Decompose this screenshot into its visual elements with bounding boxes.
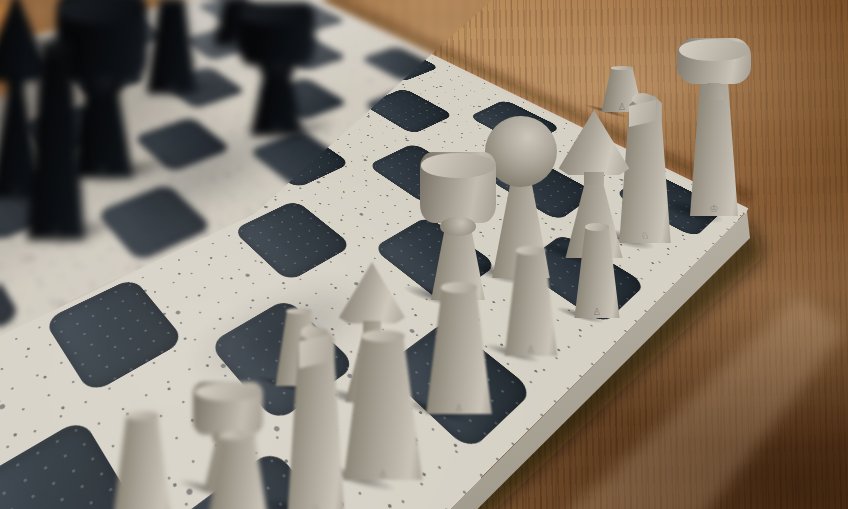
piece-cap bbox=[585, 223, 610, 231]
piece-white-pawn: ♙ bbox=[573, 223, 621, 318]
piece-white-rook: ♖ bbox=[426, 152, 490, 300]
piece-body bbox=[573, 223, 621, 318]
piece-ball bbox=[81, 74, 124, 98]
piece-white-king: ♔ bbox=[684, 38, 744, 216]
piece-neck bbox=[584, 172, 604, 185]
piece-head bbox=[239, 2, 316, 66]
piece-body bbox=[503, 246, 559, 356]
piece-body bbox=[245, 69, 309, 136]
piece-cap bbox=[441, 282, 477, 293]
piece-body bbox=[25, 40, 87, 240]
piece-white-pawn: ♙ bbox=[424, 282, 494, 414]
piece-neck bbox=[7, 77, 26, 96]
photo-scene: ♔♘♙♗♕♖♙♙♙♙♗♙♘♖♙♙♝♜♟♜♟♟ bbox=[0, 0, 848, 509]
piece-black-pawn: ♟ bbox=[25, 40, 87, 240]
piece-white-pawn: ♙ bbox=[503, 246, 559, 356]
piece-body bbox=[424, 282, 494, 414]
pieces-layer: ♔♘♙♗♕♖♙♙♙♙♗♙♘♖♙♙♝♜♟♜♟♟ bbox=[0, 0, 848, 509]
piece-cap bbox=[220, 432, 255, 440]
piece-cap bbox=[40, 40, 72, 56]
piece-cap bbox=[516, 246, 545, 255]
piece-body bbox=[145, 0, 199, 94]
piece-white-knight: ♘ bbox=[285, 323, 347, 509]
piece-cap bbox=[158, 0, 186, 6]
piece-head bbox=[193, 382, 263, 435]
piece-white-pawn: ♙ bbox=[110, 411, 174, 509]
piece-head bbox=[420, 152, 497, 223]
piece-disc bbox=[677, 38, 751, 84]
piece-black-rook: ♜ bbox=[245, 2, 309, 136]
piece-body bbox=[341, 330, 425, 480]
piece-cone bbox=[339, 262, 405, 324]
piece-cap bbox=[361, 330, 405, 342]
piece-cap bbox=[611, 66, 634, 70]
piece-white-pawn: ♙ bbox=[204, 432, 272, 509]
piece-body bbox=[110, 411, 174, 509]
piece-white-pawn: ♙ bbox=[341, 330, 425, 480]
piece-black-pawn: ♟ bbox=[145, 0, 199, 94]
piece-cap bbox=[125, 411, 158, 420]
piece-body bbox=[204, 432, 272, 509]
piece-cone bbox=[559, 110, 630, 175]
